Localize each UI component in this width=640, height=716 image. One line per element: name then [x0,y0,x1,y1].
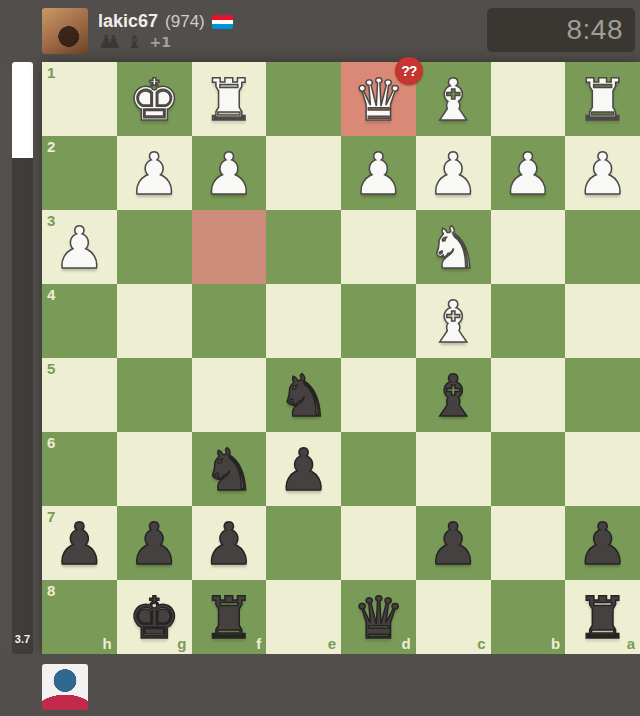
square-b1[interactable] [491,62,566,136]
square-h5[interactable]: 5 [42,358,117,432]
chess-game-screen: lakic67 (974) ♟♟ ♝ +1 8:48 3.7 1♚♜♛??♝♜2… [0,0,640,716]
square-f5[interactable] [192,358,267,432]
top-player-username[interactable]: lakic67 [98,11,158,32]
square-c2[interactable]: ♟ [416,136,491,210]
evaluation-bar-white-portion [12,62,33,158]
square-a2[interactable]: ♟ [565,136,640,210]
piece-bP-e6[interactable]: ♟ [278,441,330,499]
square-d2[interactable]: ♟ [341,136,416,210]
square-h6[interactable]: 6 [42,432,117,506]
piece-bB-c5[interactable]: ♝ [427,367,479,425]
square-a5[interactable] [565,358,640,432]
square-e8[interactable]: e [266,580,341,654]
bottom-player-bar: satriotomo (970) ♟ ♞ 8:41 [0,654,640,716]
square-a8[interactable]: a♜ [565,580,640,654]
square-d7[interactable] [341,506,416,580]
piece-bP-g7[interactable]: ♟ [128,515,180,573]
square-c5[interactable]: ♝ [416,358,491,432]
square-a3[interactable] [565,210,640,284]
file-label-f: f [256,636,261,651]
square-d3[interactable] [341,210,416,284]
square-f6[interactable]: ♞ [192,432,267,506]
square-f1[interactable]: ♜ [192,62,267,136]
square-a4[interactable] [565,284,640,358]
captured-bishop-icon: ♝ [126,33,142,51]
piece-wP-h3[interactable]: ♟ [53,219,105,277]
square-g6[interactable] [117,432,192,506]
square-g5[interactable] [117,358,192,432]
top-player-bar: lakic67 (974) ♟♟ ♝ +1 8:48 [0,0,640,62]
file-label-e: e [328,636,336,651]
top-player-name-row: lakic67 (974) [98,11,233,32]
piece-bP-a7[interactable]: ♟ [577,515,629,573]
square-g4[interactable] [117,284,192,358]
piece-bR-f8[interactable]: ♜ [203,589,255,647]
evaluation-bar: 3.7 [12,62,33,654]
piece-wP-g2[interactable]: ♟ [128,145,180,203]
piece-bQ-d8[interactable]: ♛ [352,589,404,647]
top-clock-time: 8:48 [567,14,636,46]
square-f8[interactable]: f♜ [192,580,267,654]
square-b5[interactable] [491,358,566,432]
square-b4[interactable] [491,284,566,358]
piece-wN-c3[interactable]: ♞ [427,219,479,277]
piece-wR-f1[interactable]: ♜ [203,71,255,129]
square-d6[interactable] [341,432,416,506]
square-e6[interactable]: ♟ [266,432,341,506]
chess-board[interactable]: 1♚♜♛??♝♜2♟♟♟♟♟♟3♟♞4♝5♞♝6♞♟7♟♟♟♟♟8hg♚f♜ed… [42,62,640,654]
square-c4[interactable]: ♝ [416,284,491,358]
square-h4[interactable]: 4 [42,284,117,358]
piece-wP-d2[interactable]: ♟ [352,145,404,203]
top-player-captured-pieces: ♟♟ ♝ +1 [98,33,171,51]
croatia-flag-icon [212,15,233,29]
piece-wB-c4[interactable]: ♝ [427,293,479,351]
piece-bN-e5[interactable]: ♞ [278,367,330,425]
top-player-rating: (974) [165,12,205,32]
file-label-h: h [103,636,112,651]
rank-label-5: 5 [47,361,55,376]
square-h8[interactable]: 8h [42,580,117,654]
square-f4[interactable] [192,284,267,358]
piece-bP-f7[interactable]: ♟ [203,515,255,573]
piece-wK-g1[interactable]: ♚ [128,71,180,129]
square-a6[interactable] [565,432,640,506]
square-b7[interactable] [491,506,566,580]
square-c3[interactable]: ♞ [416,210,491,284]
square-d8[interactable]: d♛ [341,580,416,654]
piece-bP-c7[interactable]: ♟ [427,515,479,573]
piece-bP-h7[interactable]: ♟ [53,515,105,573]
square-a7[interactable]: ♟ [565,506,640,580]
square-b8[interactable]: b [491,580,566,654]
square-f7[interactable]: ♟ [192,506,267,580]
square-e1[interactable] [266,62,341,136]
top-player-clock: 8:48 [487,8,635,52]
captured-pawns-icon: ♟♟ [98,33,121,51]
square-c1[interactable]: ♝ [416,62,491,136]
square-e4[interactable] [266,284,341,358]
piece-bN-f6[interactable]: ♞ [203,441,255,499]
square-g2[interactable]: ♟ [117,136,192,210]
piece-wQ-d1[interactable]: ♛ [352,71,404,129]
rank-label-8: 8 [47,583,55,598]
square-c7[interactable]: ♟ [416,506,491,580]
square-d5[interactable] [341,358,416,432]
square-g3[interactable] [117,210,192,284]
file-label-c: c [477,636,485,651]
square-g1[interactable]: ♚ [117,62,192,136]
rank-label-1: 1 [47,65,55,80]
piece-bK-g8[interactable]: ♚ [128,589,180,647]
piece-wP-b2[interactable]: ♟ [502,145,554,203]
square-e2[interactable] [266,136,341,210]
square-f2[interactable]: ♟ [192,136,267,210]
square-f3[interactable] [192,210,267,284]
square-e5[interactable]: ♞ [266,358,341,432]
top-player-avatar[interactable] [42,8,88,54]
square-h3[interactable]: 3♟ [42,210,117,284]
square-d1[interactable]: ♛?? [341,62,416,136]
bottom-player-avatar[interactable] [42,664,88,710]
piece-wP-a2[interactable]: ♟ [577,145,629,203]
rank-label-2: 2 [47,139,55,154]
piece-wP-f2[interactable]: ♟ [203,145,255,203]
piece-wR-a1[interactable]: ♜ [577,71,629,129]
evaluation-score: 3.7 [12,633,33,645]
rank-label-6: 6 [47,435,55,450]
square-e7[interactable] [266,506,341,580]
piece-bR-a8[interactable]: ♜ [577,589,629,647]
square-c6[interactable] [416,432,491,506]
blunder-badge: ?? [395,57,423,85]
piece-wP-c2[interactable]: ♟ [427,145,479,203]
square-b6[interactable] [491,432,566,506]
square-e3[interactable] [266,210,341,284]
square-b2[interactable]: ♟ [491,136,566,210]
material-advantage: +1 [149,34,170,50]
square-g7[interactable]: ♟ [117,506,192,580]
square-h1[interactable]: 1 [42,62,117,136]
square-a1[interactable]: ♜ [565,62,640,136]
file-label-b: b [551,636,560,651]
piece-wB-c1[interactable]: ♝ [427,71,479,129]
square-b3[interactable] [491,210,566,284]
square-d4[interactable] [341,284,416,358]
square-h7[interactable]: 7♟ [42,506,117,580]
square-h2[interactable]: 2 [42,136,117,210]
square-g8[interactable]: g♚ [117,580,192,654]
rank-label-4: 4 [47,287,55,302]
square-c8[interactable]: c [416,580,491,654]
